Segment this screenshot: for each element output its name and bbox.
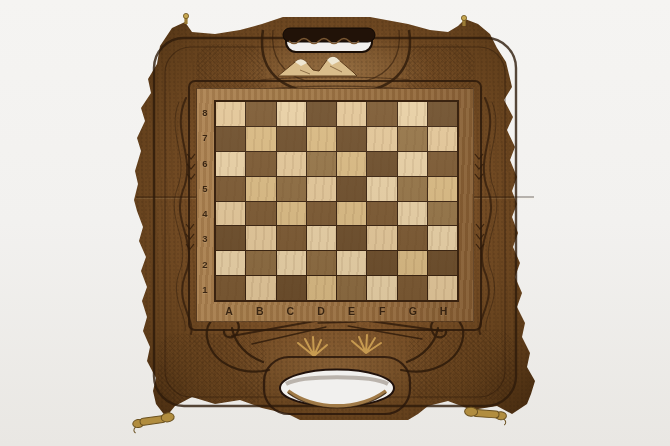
square-d7 (307, 127, 336, 151)
brass-clasp-left (132, 412, 176, 433)
square-f2 (367, 251, 396, 275)
square-a4 (216, 202, 245, 226)
square-h5 (428, 177, 457, 201)
square-c1 (277, 276, 306, 300)
square-c2 (277, 251, 306, 275)
square-h2 (428, 251, 457, 275)
square-e8 (337, 102, 366, 126)
crosshatch-texture-bottom-left (158, 334, 266, 404)
square-g6 (398, 152, 427, 176)
file-label-e: E (337, 305, 368, 320)
square-f4 (367, 202, 396, 226)
square-g1 (398, 276, 427, 300)
square-b5 (246, 177, 275, 201)
square-a1 (216, 276, 245, 300)
square-e6 (337, 152, 366, 176)
square-h6 (428, 152, 457, 176)
square-a3 (216, 226, 245, 250)
square-c3 (277, 226, 306, 250)
file-label-f: F (367, 305, 398, 320)
square-c6 (277, 152, 306, 176)
product-photo-stage: 87654321 ABCDEFGH (0, 0, 670, 446)
square-e3 (337, 226, 366, 250)
rank-label-6: 6 (198, 151, 212, 176)
square-g2 (398, 251, 427, 275)
square-f1 (367, 276, 396, 300)
rank-label-7: 7 (198, 125, 212, 150)
square-g3 (398, 226, 427, 250)
square-a7 (216, 127, 245, 151)
square-h3 (428, 226, 457, 250)
square-g8 (398, 102, 427, 126)
square-d4 (307, 202, 336, 226)
square-c7 (277, 127, 306, 151)
square-d2 (307, 251, 336, 275)
square-b8 (246, 102, 275, 126)
square-h8 (428, 102, 457, 126)
file-label-a: A (214, 305, 245, 320)
square-f7 (367, 127, 396, 151)
board-panel: 87654321 ABCDEFGH (196, 88, 474, 322)
square-b4 (246, 202, 275, 226)
square-h1 (428, 276, 457, 300)
square-g5 (398, 177, 427, 201)
square-c8 (277, 102, 306, 126)
file-label-g: G (398, 305, 429, 320)
rank-label-3: 3 (198, 226, 212, 251)
crosshatch-texture-bottom-right (408, 330, 514, 400)
square-e2 (337, 251, 366, 275)
square-a8 (216, 102, 245, 126)
square-e4 (337, 202, 366, 226)
square-f3 (367, 226, 396, 250)
square-g4 (398, 202, 427, 226)
square-d6 (307, 152, 336, 176)
rank-label-8: 8 (198, 100, 212, 125)
rank-label-4: 4 (198, 201, 212, 226)
square-d1 (307, 276, 336, 300)
square-a2 (216, 251, 245, 275)
square-b7 (246, 127, 275, 151)
square-e5 (337, 177, 366, 201)
chess-board (214, 100, 459, 302)
square-b3 (246, 226, 275, 250)
square-e7 (337, 127, 366, 151)
rank-label-2: 2 (198, 252, 212, 277)
file-label-d: D (306, 305, 337, 320)
file-label-c: C (275, 305, 306, 320)
square-e1 (337, 276, 366, 300)
square-h4 (428, 202, 457, 226)
square-f6 (367, 152, 396, 176)
square-a6 (216, 152, 245, 176)
rank-label-1: 1 (198, 277, 212, 302)
square-d5 (307, 177, 336, 201)
square-f8 (367, 102, 396, 126)
square-b6 (246, 152, 275, 176)
file-label-h: H (428, 305, 459, 320)
rank-label-5: 5 (198, 176, 212, 201)
square-b1 (246, 276, 275, 300)
square-c4 (277, 202, 306, 226)
file-label-b: B (245, 305, 276, 320)
brass-clasp-right (464, 407, 507, 425)
square-g7 (398, 127, 427, 151)
square-d3 (307, 226, 336, 250)
square-b2 (246, 251, 275, 275)
square-a5 (216, 177, 245, 201)
square-d8 (307, 102, 336, 126)
square-c5 (277, 177, 306, 201)
square-f5 (367, 177, 396, 201)
square-h7 (428, 127, 457, 151)
